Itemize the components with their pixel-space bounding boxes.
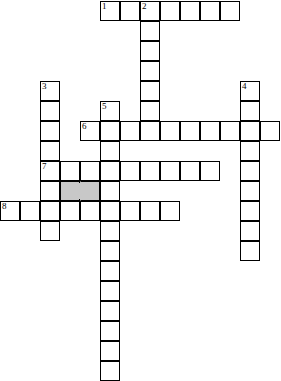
crossword-cell[interactable] [40, 101, 60, 121]
crossword-cell[interactable] [180, 121, 200, 141]
crossword-cell[interactable] [240, 161, 260, 181]
crossword-cell[interactable] [100, 281, 120, 301]
crossword-cell[interactable] [160, 201, 180, 221]
clue-number: 1 [102, 1, 107, 11]
crossword-cell[interactable] [160, 121, 180, 141]
crossword-cell[interactable] [140, 61, 160, 81]
crossword-cell[interactable] [40, 201, 60, 221]
crossword-cell[interactable] [180, 1, 200, 21]
crossword-cell[interactable] [100, 181, 120, 201]
crossword-cell[interactable] [140, 101, 160, 121]
crossword-cell[interactable] [120, 161, 140, 181]
crossword-cell[interactable]: 4 [240, 81, 260, 101]
crossword-cell[interactable] [140, 81, 160, 101]
clue-number: 4 [242, 81, 247, 91]
crossword-cell[interactable] [240, 141, 260, 161]
crossword-cell[interactable] [100, 141, 120, 161]
crossword-cell[interactable] [100, 361, 120, 381]
crossword-cell[interactable] [100, 221, 120, 241]
crossword-cell[interactable] [80, 201, 100, 221]
crossword-cell[interactable]: 3 [40, 81, 60, 101]
crossword-cell[interactable] [60, 201, 80, 221]
crossword-cell[interactable] [100, 301, 120, 321]
crossword-cell[interactable] [120, 201, 140, 221]
crossword-cell[interactable] [240, 221, 260, 241]
crossword-cell[interactable] [240, 241, 260, 261]
crossword-cell[interactable] [100, 201, 120, 221]
crossword-cell[interactable] [260, 121, 280, 141]
crossword-cell[interactable] [100, 261, 120, 281]
crossword-cell[interactable] [40, 221, 60, 241]
crossword-cell[interactable] [40, 141, 60, 161]
clue-number: 6 [82, 121, 87, 131]
clue-number: 5 [102, 101, 107, 111]
shaded-cell[interactable] [60, 181, 80, 201]
crossword-cell[interactable] [240, 121, 260, 141]
crossword-cell[interactable] [60, 161, 80, 181]
clue-number: 2 [142, 1, 147, 11]
crossword-cell[interactable] [140, 201, 160, 221]
crossword-cell[interactable] [100, 121, 120, 141]
shaded-cell[interactable] [80, 181, 100, 201]
crossword-cell[interactable] [180, 161, 200, 181]
crossword-cell[interactable] [200, 161, 220, 181]
crossword-cell[interactable] [140, 161, 160, 181]
crossword-cell[interactable] [240, 201, 260, 221]
crossword-board: 12345678 [0, 1, 280, 381]
crossword-cell[interactable] [160, 161, 180, 181]
crossword-cell[interactable] [40, 121, 60, 141]
crossword-cell[interactable] [100, 241, 120, 261]
crossword-cell[interactable] [20, 201, 40, 221]
crossword-cell[interactable] [40, 181, 60, 201]
crossword-cell[interactable] [140, 21, 160, 41]
crossword-cell[interactable] [80, 161, 100, 181]
crossword-puzzle-page: 12345678 [0, 0, 281, 381]
crossword-cell[interactable] [100, 321, 120, 341]
crossword-cell[interactable] [220, 121, 240, 141]
clue-number: 7 [42, 161, 47, 171]
crossword-cell[interactable] [240, 181, 260, 201]
crossword-cell[interactable] [120, 121, 140, 141]
crossword-cell[interactable]: 7 [40, 161, 60, 181]
crossword-cell[interactable] [160, 1, 180, 21]
crossword-cell[interactable]: 6 [80, 121, 100, 141]
crossword-cell[interactable]: 1 [100, 1, 120, 21]
crossword-cell[interactable]: 8 [0, 201, 20, 221]
crossword-cell[interactable] [240, 101, 260, 121]
crossword-cell[interactable] [100, 161, 120, 181]
crossword-cell[interactable] [200, 121, 220, 141]
crossword-cell[interactable] [140, 121, 160, 141]
crossword-cell[interactable]: 2 [140, 1, 160, 21]
crossword-cell[interactable] [220, 1, 240, 21]
crossword-cell[interactable]: 5 [100, 101, 120, 121]
crossword-cell[interactable] [120, 1, 140, 21]
crossword-cell[interactable] [140, 41, 160, 61]
clue-number: 8 [2, 201, 7, 211]
crossword-cell[interactable] [200, 1, 220, 21]
crossword-cell[interactable] [100, 341, 120, 361]
clue-number: 3 [42, 81, 47, 91]
